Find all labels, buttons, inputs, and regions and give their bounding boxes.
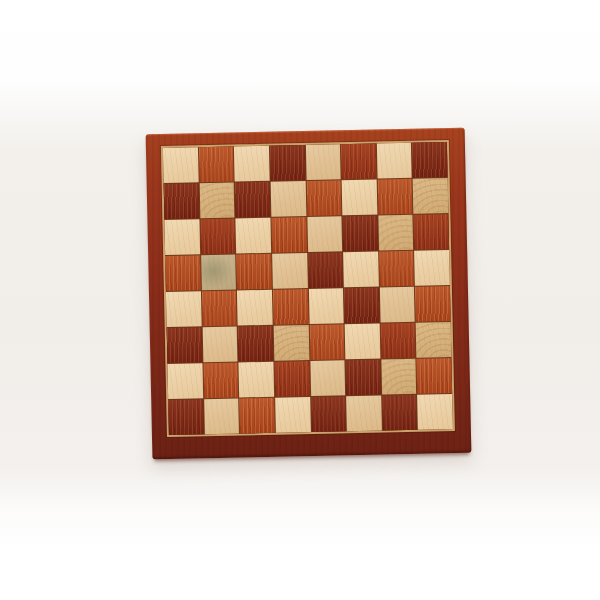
square-b8 [199, 147, 234, 183]
square-c3 [238, 326, 273, 362]
square-h4 [415, 286, 450, 322]
square-e8 [305, 144, 340, 180]
square-h1 [418, 394, 453, 430]
square-h6 [414, 214, 449, 250]
square-d7 [271, 181, 306, 217]
square-f1 [346, 396, 381, 432]
square-b3 [202, 327, 237, 363]
square-c8 [234, 146, 269, 182]
square-a2 [167, 363, 202, 399]
square-g4 [380, 287, 415, 323]
square-d2 [274, 361, 309, 397]
square-g2 [381, 359, 416, 395]
square-d4 [273, 289, 308, 325]
square-f3 [345, 324, 380, 360]
square-a7 [164, 183, 199, 219]
square-b5 [201, 255, 236, 291]
square-h3 [416, 322, 451, 358]
square-g5 [379, 251, 414, 287]
square-b7 [199, 183, 234, 219]
square-e6 [307, 216, 342, 252]
square-d5 [272, 253, 307, 289]
square-a6 [164, 219, 199, 255]
board-grid [163, 142, 453, 435]
square-c5 [236, 254, 271, 290]
square-f8 [341, 144, 376, 180]
square-g7 [377, 179, 412, 215]
square-f2 [346, 360, 381, 396]
square-e2 [310, 360, 345, 396]
square-c2 [239, 362, 274, 398]
square-f4 [344, 288, 379, 324]
square-e3 [309, 324, 344, 360]
square-g8 [377, 143, 412, 179]
square-c1 [239, 398, 274, 434]
square-e4 [308, 288, 343, 324]
square-e7 [306, 180, 341, 216]
square-d6 [271, 217, 306, 253]
square-g1 [382, 395, 417, 431]
board-inlay-frame [161, 140, 455, 437]
square-c4 [237, 290, 272, 326]
photo-background [0, 0, 600, 600]
square-c7 [235, 182, 270, 218]
square-g3 [380, 323, 415, 359]
square-d1 [275, 397, 310, 433]
square-h2 [417, 358, 452, 394]
square-a4 [166, 291, 201, 327]
square-h8 [412, 142, 447, 178]
square-e5 [308, 252, 343, 288]
square-c6 [236, 218, 271, 254]
square-a5 [165, 255, 200, 291]
square-a8 [163, 147, 198, 183]
square-f7 [342, 180, 377, 216]
square-g6 [378, 215, 413, 251]
square-d3 [274, 325, 309, 361]
square-h7 [413, 178, 448, 214]
square-f5 [343, 252, 378, 288]
square-e1 [311, 396, 346, 432]
square-b2 [203, 362, 238, 398]
square-b1 [204, 398, 239, 434]
square-h5 [415, 250, 450, 286]
square-d8 [270, 145, 305, 181]
square-b6 [200, 219, 235, 255]
square-a3 [167, 327, 202, 363]
square-a1 [168, 399, 203, 435]
chessboard [146, 128, 472, 460]
square-b4 [202, 291, 237, 327]
square-f6 [343, 216, 378, 252]
